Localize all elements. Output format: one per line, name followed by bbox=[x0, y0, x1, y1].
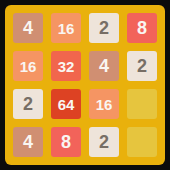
cell-r3-c2: 2 bbox=[89, 127, 119, 157]
cell-r1-c0: 16 bbox=[13, 51, 43, 81]
cell-r0-c1: 16 bbox=[51, 13, 81, 43]
cell-r2-c2: 16 bbox=[89, 89, 119, 119]
cell-r3-c0: 4 bbox=[13, 127, 43, 157]
cell-r1-c3: 2 bbox=[127, 51, 157, 81]
cell-r3-c3 bbox=[127, 127, 157, 157]
cell-r0-c2: 2 bbox=[89, 13, 119, 43]
cell-r0-c3: 8 bbox=[127, 13, 157, 43]
cell-r1-c2: 4 bbox=[89, 51, 119, 81]
cell-r0-c0: 4 bbox=[13, 13, 43, 43]
cell-r3-c1: 8 bbox=[51, 127, 81, 157]
cell-r1-c1: 32 bbox=[51, 51, 81, 81]
cell-r2-c3 bbox=[127, 89, 157, 119]
cell-r2-c0: 2 bbox=[13, 89, 43, 119]
cell-r2-c1: 64 bbox=[51, 89, 81, 119]
game-board-2048[interactable]: 4 16 2 8 16 32 4 2 2 64 16 4 8 2 bbox=[5, 5, 165, 165]
